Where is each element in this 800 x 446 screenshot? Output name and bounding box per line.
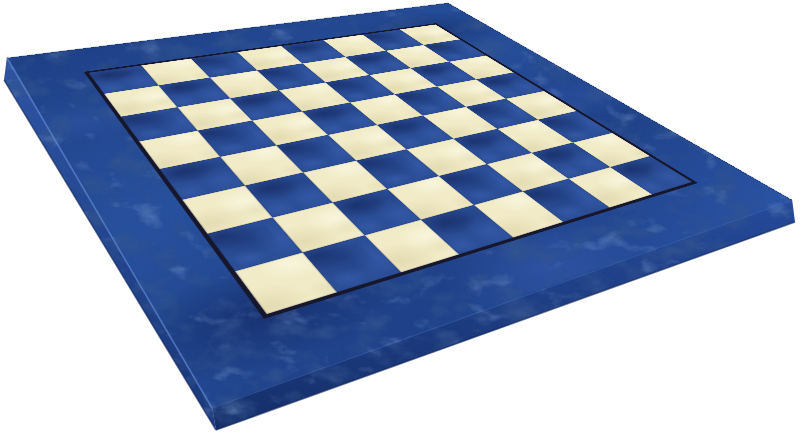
playing-field [84,23,698,319]
chess-board [7,3,792,408]
product-photo [0,0,800,446]
